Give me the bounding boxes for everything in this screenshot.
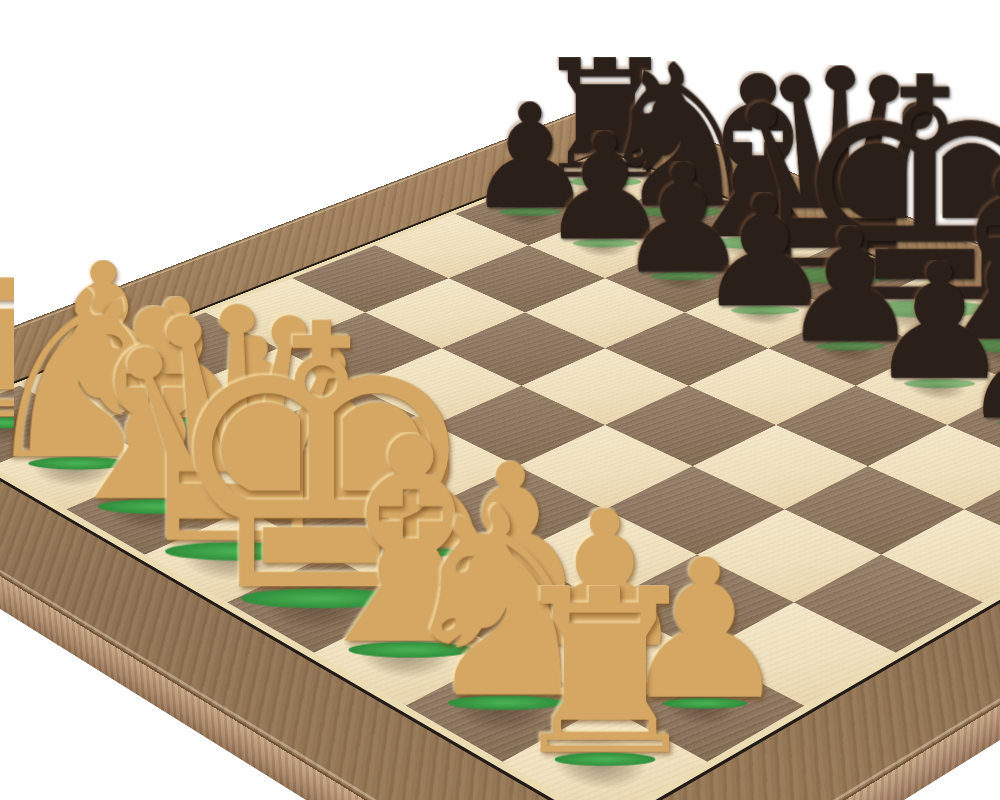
piece-g7-black-pawn[interactable]: ♟	[947, 386, 1000, 466]
white-rook-icon: ♜	[503, 584, 707, 762]
chess-board: ♜♞♝♛♚♝♞♜♟♟♟♟♟♟♟♟♟♟♟♟♟♟♟♟♜♞♝♛♚♝♞♜	[0, 102, 1000, 800]
product-photo-stage: ♜♞♝♛♚♝♞♜♟♟♟♟♟♟♟♟♟♟♟♟♟♟♟♟♜♞♝♛♚♝♞♜	[0, 0, 1000, 800]
black-pawn-icon: ♟	[959, 296, 1000, 425]
perspective-scene: ♜♞♝♛♚♝♞♜♟♟♟♟♟♟♟♟♟♟♟♟♟♟♟♟♜♞♝♛♚♝♞♜	[0, 0, 1000, 800]
